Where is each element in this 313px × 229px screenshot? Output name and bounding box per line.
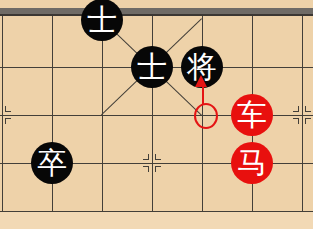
xiangqi-board[interactable]: 士士将卒车马	[0, 0, 313, 229]
last-move-arrowhead-icon	[195, 75, 207, 87]
point-marker-1-corner-0	[143, 154, 149, 160]
last-move-origin-circle	[194, 103, 218, 129]
point-marker-0-corner-3	[5, 118, 11, 124]
file-line-6	[302, 16, 303, 212]
last-move-arrow-line	[202, 86, 204, 105]
file-line-0	[2, 16, 3, 212]
board-grid: 士士将卒车马	[0, 0, 313, 229]
point-marker-2-corner-3	[305, 118, 311, 124]
point-marker-2-corner-1	[305, 106, 311, 112]
rank-line-4	[0, 211, 313, 212]
point-marker-2-corner-2	[293, 118, 299, 124]
point-marker-1-corner-3	[155, 166, 161, 172]
board-top-border	[0, 8, 313, 16]
piece-black-advisor-1[interactable]: 士	[81, 0, 123, 41]
piece-black-advisor-2[interactable]: 士	[131, 46, 173, 88]
piece-red-horse[interactable]: 马	[231, 142, 273, 184]
point-marker-1-corner-2	[143, 166, 149, 172]
piece-red-chariot[interactable]: 车	[231, 94, 273, 136]
piece-black-soldier[interactable]: 卒	[31, 142, 73, 184]
point-marker-2-corner-0	[293, 106, 299, 112]
river-band	[0, 212, 313, 229]
point-marker-0-corner-1	[5, 106, 11, 112]
point-marker-1-corner-1	[155, 154, 161, 160]
